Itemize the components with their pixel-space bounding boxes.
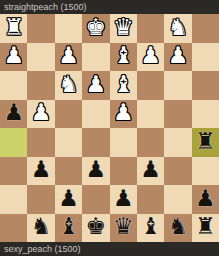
square-d5[interactable] [110,128,137,157]
square-c8[interactable]: ♝ [137,214,164,243]
square-d1[interactable]: ♛ [110,14,137,43]
square-f5[interactable] [55,128,82,157]
square-d8[interactable]: ♛ [110,214,137,243]
square-h5[interactable] [0,128,27,157]
top-player-bar: straightpeach (1500) [0,0,219,14]
square-b7[interactable] [164,185,191,214]
square-a3[interactable] [192,71,219,100]
bottom-player-label: sexy_peach (1500) [4,242,81,256]
square-f2[interactable]: ♟ [55,43,82,72]
white-pawn[interactable]: ♟ [113,101,134,124]
black-bishop[interactable]: ♝ [140,215,161,238]
square-b6[interactable] [164,157,191,186]
white-pawn[interactable]: ♟ [86,73,107,96]
white-rook[interactable]: ♜ [3,16,24,39]
square-g4[interactable]: ♟ [27,100,54,129]
square-g3[interactable] [27,71,54,100]
white-bishop[interactable]: ♝ [113,44,134,67]
square-d6[interactable] [110,157,137,186]
black-pawn[interactable]: ♟ [113,187,134,210]
square-d2[interactable]: ♝ [110,43,137,72]
square-e2[interactable] [82,43,109,72]
square-g5[interactable] [27,128,54,157]
square-b1[interactable]: ♞ [164,14,191,43]
black-pawn[interactable]: ♟ [3,101,24,124]
square-c6[interactable]: ♟ [137,157,164,186]
square-h7[interactable] [0,185,27,214]
square-c4[interactable] [137,100,164,129]
square-a5[interactable]: ♜ [192,128,219,157]
square-a8[interactable]: ♜ [192,214,219,243]
square-g7[interactable] [27,185,54,214]
square-e7[interactable] [82,185,109,214]
square-f3[interactable]: ♞ [55,71,82,100]
square-f7[interactable]: ♟ [55,185,82,214]
white-knight[interactable]: ♞ [58,73,79,96]
black-pawn[interactable]: ♟ [86,158,107,181]
square-e3[interactable]: ♟ [82,71,109,100]
black-queen[interactable]: ♛ [113,215,134,238]
square-f1[interactable] [55,14,82,43]
square-h1[interactable]: ♜ [0,14,27,43]
white-pawn[interactable]: ♟ [58,44,79,67]
black-knight[interactable]: ♞ [31,215,52,238]
white-bishop[interactable]: ♝ [113,73,134,96]
black-knight[interactable]: ♞ [168,215,189,238]
square-h6[interactable] [0,157,27,186]
white-queen[interactable]: ♛ [113,16,134,39]
square-h8[interactable] [0,214,27,243]
square-g1[interactable] [27,14,54,43]
white-knight[interactable]: ♞ [168,16,189,39]
square-a2[interactable] [192,43,219,72]
square-c3[interactable] [137,71,164,100]
black-pawn[interactable]: ♟ [195,187,216,210]
square-e1[interactable]: ♚ [82,14,109,43]
square-f6[interactable] [55,157,82,186]
square-f8[interactable]: ♝ [55,214,82,243]
white-pawn[interactable]: ♟ [168,44,189,67]
square-e8[interactable]: ♚ [82,214,109,243]
black-bishop[interactable]: ♝ [58,215,79,238]
square-b2[interactable]: ♟ [164,43,191,72]
square-g8[interactable]: ♞ [27,214,54,243]
square-b4[interactable] [164,100,191,129]
square-e4[interactable] [82,100,109,129]
square-f4[interactable] [55,100,82,129]
square-c1[interactable] [137,14,164,43]
square-c5[interactable] [137,128,164,157]
square-b3[interactable] [164,71,191,100]
square-e5[interactable] [82,128,109,157]
square-d3[interactable]: ♝ [110,71,137,100]
black-pawn[interactable]: ♟ [58,187,79,210]
square-g6[interactable]: ♟ [27,157,54,186]
square-b5[interactable] [164,128,191,157]
white-pawn[interactable]: ♟ [140,44,161,67]
square-a6[interactable] [192,157,219,186]
bottom-player-bar: sexy_peach (1500) [0,242,219,256]
square-d7[interactable]: ♟ [110,185,137,214]
white-king[interactable]: ♚ [86,16,107,39]
chess-app: straightpeach (1500) ♜♚♛♞♟♟♝♟♟♞♟♝♟♟♟♜♟♟♟… [0,0,219,256]
square-h3[interactable] [0,71,27,100]
black-rook[interactable]: ♜ [195,215,216,238]
square-d4[interactable]: ♟ [110,100,137,129]
top-player-label: straightpeach (1500) [4,0,87,14]
square-h2[interactable]: ♟ [0,43,27,72]
black-king[interactable]: ♚ [86,215,107,238]
black-pawn[interactable]: ♟ [140,158,161,181]
white-pawn[interactable]: ♟ [3,44,24,67]
square-c2[interactable]: ♟ [137,43,164,72]
square-a4[interactable] [192,100,219,129]
square-g2[interactable] [27,43,54,72]
square-h4[interactable]: ♟ [0,100,27,129]
square-a1[interactable] [192,14,219,43]
square-e6[interactable]: ♟ [82,157,109,186]
square-c7[interactable] [137,185,164,214]
black-pawn[interactable]: ♟ [31,158,52,181]
square-a7[interactable]: ♟ [192,185,219,214]
white-pawn[interactable]: ♟ [31,101,52,124]
black-rook[interactable]: ♜ [195,130,216,153]
square-b8[interactable]: ♞ [164,214,191,243]
chess-board[interactable]: ♜♚♛♞♟♟♝♟♟♞♟♝♟♟♟♜♟♟♟♟♟♟♞♝♚♛♝♞♜ [0,14,219,242]
